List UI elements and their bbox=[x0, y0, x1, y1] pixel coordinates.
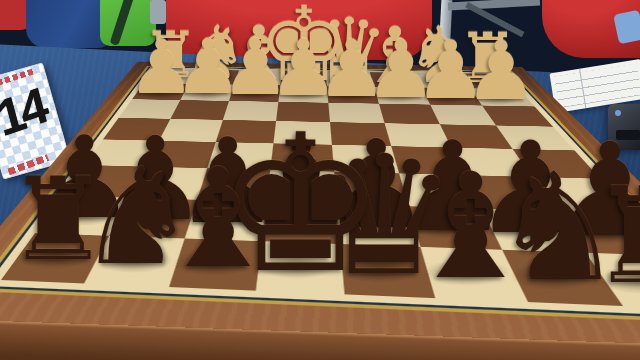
scene: 14 ♜♞♝♛♚♝♞♜♟♟♟♟♟♟♟♟♟♟♟♟♟♟♟♟♜♞♝♛♚♝♞♜ bbox=[0, 0, 640, 360]
pieces-layer: ♜♞♝♛♚♝♞♜♟♟♟♟♟♟♟♟♟♟♟♟♟♟♟♟♜♞♝♛♚♝♞♜ bbox=[0, 0, 640, 360]
piece-white-pawn-h2: ♟ bbox=[128, 30, 195, 105]
piece-black-rook-h8: ♜ bbox=[7, 163, 110, 278]
